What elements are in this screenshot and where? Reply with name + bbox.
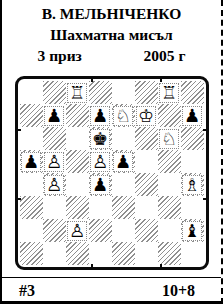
white-knight: ♘ [159,129,179,149]
square-a5: ♟ [20,150,43,173]
black-pawn: ♟ [182,106,202,126]
border-tick [16,129,21,131]
chess-board: ♖♖♟♟♘♔♟♚♘♟♙♙♟♙♟♗♙♝ [20,81,204,265]
border-tick [203,129,208,131]
square-a7 [20,104,43,127]
square-f7: ♔ [135,104,158,127]
square-a6 [20,127,43,150]
square-f3 [135,196,158,219]
square-b8 [43,81,66,104]
square-d8 [89,81,112,104]
square-d7: ♟ [89,104,112,127]
author-name: В. МЕЛЬНІЧЕНКО [2,3,221,24]
border-tick [203,198,208,200]
black-pawn: ♟ [90,175,110,195]
black-bishop: ♝ [182,221,202,241]
square-c7 [66,104,89,127]
square-f4 [135,173,158,196]
square-a4 [20,173,43,196]
square-g1 [158,242,181,265]
square-h3 [181,196,204,219]
square-h6 [181,127,204,150]
square-e5: ♟ [112,150,135,173]
caption-strip: #3 10+8 [2,279,221,303]
square-d1 [89,242,112,265]
border-tick [91,77,93,82]
square-h7: ♟ [181,104,204,127]
white-pawn: ♙ [67,221,87,241]
black-king: ♚ [90,129,110,149]
white-pawn: ♙ [90,152,110,172]
square-f1 [135,242,158,265]
white-king: ♔ [136,106,156,126]
square-h1 [181,242,204,265]
stipulation-label: #3 [19,282,35,300]
square-b3 [43,196,66,219]
square-g6: ♘ [158,127,181,150]
square-b2 [43,219,66,242]
border-tick [91,264,93,269]
square-a8 [20,81,43,104]
square-c2: ♙ [66,219,89,242]
square-b4: ♙ [43,173,66,196]
square-g3 [158,196,181,219]
white-bishop: ♗ [182,175,202,195]
square-d6: ♚ [89,127,112,150]
square-d2 [89,219,112,242]
square-c3 [66,196,89,219]
square-h8 [181,81,204,104]
square-a1 [20,242,43,265]
square-g8: ♖ [158,81,181,104]
square-h2: ♝ [181,219,204,242]
border-tick [160,77,162,82]
square-e2 [112,219,135,242]
source-title: Шахматна мисъл [2,24,221,45]
square-g7 [158,104,181,127]
square-e6 [112,127,135,150]
square-f8 [135,81,158,104]
square-e1 [112,242,135,265]
square-e3 [112,196,135,219]
black-pawn: ♟ [113,152,133,172]
white-pawn: ♙ [44,175,64,195]
material-count-label: 10+8 [162,282,195,300]
white-knight: ♘ [113,106,133,126]
square-e8 [112,81,135,104]
chess-board-frame: ♖♖♟♟♘♔♟♚♘♟♙♙♟♙♟♗♙♝ [15,76,209,270]
square-e7: ♘ [112,104,135,127]
square-b5: ♙ [43,150,66,173]
square-b6 [43,127,66,150]
border-tick [160,264,162,269]
black-pawn: ♟ [44,106,64,126]
square-b1 [43,242,66,265]
caption-divider [2,277,221,278]
square-f6 [135,127,158,150]
square-d4: ♟ [89,173,112,196]
square-d5: ♙ [89,150,112,173]
black-pawn: ♟ [90,106,110,126]
square-d3 [89,196,112,219]
square-g4 [158,173,181,196]
black-pawn: ♟ [21,152,41,172]
square-c5 [66,150,89,173]
square-f2 [135,219,158,242]
white-rook: ♖ [67,83,87,103]
square-h4: ♗ [181,173,204,196]
diagram-header: В. МЕЛЬНІЧЕНКО Шахматна мисъл 3 приз 200… [2,0,221,66]
square-h5 [181,150,204,173]
award-line: 3 приз 2005 г [38,45,186,66]
square-b7: ♟ [43,104,66,127]
square-a3 [20,196,43,219]
border-tick [16,198,21,200]
square-a2 [20,219,43,242]
white-pawn: ♙ [44,152,64,172]
square-c8: ♖ [66,81,89,104]
square-g2 [158,219,181,242]
year-label: 2005 г [144,45,186,66]
square-c6 [66,127,89,150]
square-f5 [135,150,158,173]
prize-label: 3 приз [38,45,82,66]
square-g5 [158,150,181,173]
square-c4 [66,173,89,196]
square-c1 [66,242,89,265]
white-rook: ♖ [159,83,179,103]
problem-card: В. МЕЛЬНІЧЕНКО Шахматна мисъл 3 приз 200… [0,0,223,304]
square-e4 [112,173,135,196]
